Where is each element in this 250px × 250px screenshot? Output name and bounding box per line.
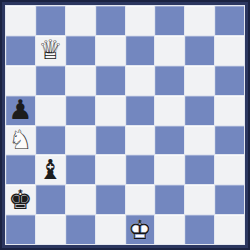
square-c8[interactable] xyxy=(66,6,95,35)
square-g3[interactable] xyxy=(185,155,214,184)
square-b4[interactable] xyxy=(36,126,65,155)
square-e6[interactable] xyxy=(126,66,155,95)
chessboard: ♛♕♟♞♘♝♚♚♔ xyxy=(5,5,245,245)
black-king-glyph: ♚ xyxy=(6,185,35,212)
square-e1[interactable]: ♚♔ xyxy=(126,215,155,244)
square-e5[interactable] xyxy=(126,96,155,125)
square-b7[interactable]: ♛♕ xyxy=(36,36,65,65)
square-d6[interactable] xyxy=(96,66,125,95)
white-king-glyph-outline: ♔ xyxy=(126,215,155,242)
square-a8[interactable] xyxy=(6,6,35,35)
square-f2[interactable] xyxy=(155,185,184,214)
square-f8[interactable] xyxy=(155,6,184,35)
square-b8[interactable] xyxy=(36,6,65,35)
white-queen-glyph-fill: ♛ xyxy=(36,36,65,63)
black-bishop[interactable]: ♝ xyxy=(36,155,65,184)
square-c6[interactable] xyxy=(66,66,95,95)
white-queen-glyph-outline: ♕ xyxy=(36,36,65,63)
black-bishop-glyph: ♝ xyxy=(36,156,65,183)
white-knight-glyph-fill: ♞ xyxy=(6,126,35,153)
square-c5[interactable] xyxy=(66,96,95,125)
square-g5[interactable] xyxy=(185,96,214,125)
square-e4[interactable] xyxy=(126,126,155,155)
square-b6[interactable] xyxy=(36,66,65,95)
square-a1[interactable] xyxy=(6,215,35,244)
square-f3[interactable] xyxy=(155,155,184,184)
square-g7[interactable] xyxy=(185,36,214,65)
square-a7[interactable] xyxy=(6,36,35,65)
square-g4[interactable] xyxy=(185,126,214,155)
square-a3[interactable] xyxy=(6,155,35,184)
square-d1[interactable] xyxy=(96,215,125,244)
square-f4[interactable] xyxy=(155,126,184,155)
black-king[interactable]: ♚ xyxy=(6,185,35,214)
white-king[interactable]: ♚♔ xyxy=(126,215,155,244)
square-h6[interactable] xyxy=(215,66,244,95)
square-c1[interactable] xyxy=(66,215,95,244)
square-a4[interactable]: ♞♘ xyxy=(6,126,35,155)
square-h1[interactable] xyxy=(215,215,244,244)
square-e3[interactable] xyxy=(126,155,155,184)
square-g8[interactable] xyxy=(185,6,214,35)
square-d2[interactable] xyxy=(96,185,125,214)
white-knight[interactable]: ♞♘ xyxy=(6,126,35,155)
square-f5[interactable] xyxy=(155,96,184,125)
white-queen[interactable]: ♛♕ xyxy=(36,36,65,65)
square-b2[interactable] xyxy=(36,185,65,214)
square-f1[interactable] xyxy=(155,215,184,244)
square-h3[interactable] xyxy=(215,155,244,184)
square-f6[interactable] xyxy=(155,66,184,95)
square-e8[interactable] xyxy=(126,6,155,35)
square-c3[interactable] xyxy=(66,155,95,184)
chessboard-frame: ♛♕♟♞♘♝♚♚♔ xyxy=(0,0,250,250)
black-pawn-glyph: ♟ xyxy=(6,96,35,123)
square-e7[interactable] xyxy=(126,36,155,65)
square-c7[interactable] xyxy=(66,36,95,65)
square-a5[interactable]: ♟ xyxy=(6,96,35,125)
square-h4[interactable] xyxy=(215,126,244,155)
square-d7[interactable] xyxy=(96,36,125,65)
square-h5[interactable] xyxy=(215,96,244,125)
square-b5[interactable] xyxy=(36,96,65,125)
square-h7[interactable] xyxy=(215,36,244,65)
square-h8[interactable] xyxy=(215,6,244,35)
square-a2[interactable]: ♚ xyxy=(6,185,35,214)
white-knight-glyph-outline: ♘ xyxy=(6,126,35,153)
square-f7[interactable] xyxy=(155,36,184,65)
square-d5[interactable] xyxy=(96,96,125,125)
square-d3[interactable] xyxy=(96,155,125,184)
square-g1[interactable] xyxy=(185,215,214,244)
square-e2[interactable] xyxy=(126,185,155,214)
square-d8[interactable] xyxy=(96,6,125,35)
square-g6[interactable] xyxy=(185,66,214,95)
square-d4[interactable] xyxy=(96,126,125,155)
square-g2[interactable] xyxy=(185,185,214,214)
square-c2[interactable] xyxy=(66,185,95,214)
square-c4[interactable] xyxy=(66,126,95,155)
square-h2[interactable] xyxy=(215,185,244,214)
black-pawn[interactable]: ♟ xyxy=(6,96,35,125)
square-b3[interactable]: ♝ xyxy=(36,155,65,184)
square-a6[interactable] xyxy=(6,66,35,95)
square-b1[interactable] xyxy=(36,215,65,244)
white-king-glyph-fill: ♚ xyxy=(126,215,155,242)
